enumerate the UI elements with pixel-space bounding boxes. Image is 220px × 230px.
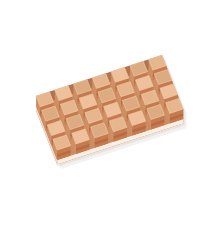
copper-heatsink-photo [0,0,220,230]
photo-canvas [0,0,220,230]
